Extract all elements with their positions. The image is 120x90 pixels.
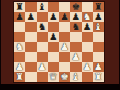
- square-f5[interactable]: [70, 32, 81, 42]
- piece-white-pawn-h2: ♟: [94, 62, 103, 72]
- square-h7[interactable]: ♟: [93, 12, 104, 22]
- square-c2[interactable]: ♟: [37, 62, 48, 72]
- piece-white-pawn-c2: ♟: [38, 62, 47, 72]
- square-h4[interactable]: [93, 42, 104, 52]
- square-b6[interactable]: [25, 22, 36, 32]
- piece-black-pawn-a7: ♟: [15, 12, 24, 22]
- piece-white-rook-h1: ♜: [94, 72, 103, 82]
- piece-white-pawn-f3: ♟: [72, 52, 81, 62]
- square-f8[interactable]: ♚: [70, 2, 81, 12]
- piece-white-knight-a4: ♞: [15, 42, 24, 52]
- square-g2[interactable]: ♟: [82, 62, 93, 72]
- square-a7[interactable]: ♟: [14, 12, 25, 22]
- square-a8[interactable]: ♜: [14, 2, 25, 12]
- bottom-letterbox-bar: [0, 84, 120, 90]
- square-d7[interactable]: ♟: [48, 12, 59, 22]
- square-b7[interactable]: ♟: [25, 12, 36, 22]
- piece-white-bishop-h6: ♝: [94, 22, 103, 32]
- piece-black-pawn-e7: ♟: [60, 12, 69, 22]
- piece-white-bishop-f1: ♝: [72, 72, 81, 82]
- square-e7[interactable]: ♟: [59, 12, 70, 22]
- piece-white-knight-g7: ♞: [83, 12, 92, 22]
- square-c4[interactable]: [37, 42, 48, 52]
- square-c7[interactable]: [37, 12, 48, 22]
- square-g6[interactable]: ♟: [82, 22, 93, 32]
- square-a6[interactable]: [14, 22, 25, 32]
- square-a3[interactable]: [14, 52, 25, 62]
- square-e6[interactable]: [59, 22, 70, 32]
- square-b1[interactable]: [25, 72, 36, 82]
- square-f2[interactable]: [70, 62, 81, 72]
- piece-black-pawn-f7: ♟: [72, 12, 81, 22]
- square-e5[interactable]: [59, 32, 70, 42]
- square-e4[interactable]: ♟: [59, 42, 70, 52]
- square-f6[interactable]: ♞: [70, 22, 81, 32]
- square-h6[interactable]: ♝: [93, 22, 104, 32]
- square-e2[interactable]: [59, 62, 70, 72]
- square-d5[interactable]: ♟: [48, 32, 59, 42]
- square-h1[interactable]: ♜: [93, 72, 104, 82]
- square-b4[interactable]: [25, 42, 36, 52]
- square-e1[interactable]: ♚: [59, 72, 70, 82]
- square-a5[interactable]: [14, 32, 25, 42]
- piece-white-pawn-e4: ♟: [60, 42, 69, 52]
- piece-white-king-e1: ♚: [60, 72, 69, 82]
- square-h3[interactable]: [93, 52, 104, 62]
- piece-black-pawn-g6: ♟: [83, 22, 92, 32]
- square-a4[interactable]: ♞: [14, 42, 25, 52]
- piece-black-rook-a8: ♜: [15, 2, 24, 12]
- piece-black-pawn-h7: ♟: [94, 12, 103, 22]
- square-d4[interactable]: [48, 42, 59, 52]
- square-c8[interactable]: ♝: [37, 2, 48, 12]
- square-h2[interactable]: ♟: [93, 62, 104, 72]
- piece-black-knight-f6: ♞: [72, 22, 81, 32]
- piece-white-pawn-g2: ♟: [83, 62, 92, 72]
- piece-black-bishop-c8: ♝: [38, 2, 47, 12]
- square-c3[interactable]: [37, 52, 48, 62]
- square-d6[interactable]: [48, 22, 59, 32]
- square-c6[interactable]: ♞: [37, 22, 48, 32]
- square-f7[interactable]: ♟: [70, 12, 81, 22]
- square-a1[interactable]: ♜: [14, 72, 25, 82]
- square-e3[interactable]: [59, 52, 70, 62]
- square-g7[interactable]: ♞: [82, 12, 93, 22]
- square-f1[interactable]: ♝: [70, 72, 81, 82]
- square-b8[interactable]: [25, 2, 36, 12]
- square-g4[interactable]: [82, 42, 93, 52]
- piece-white-queen-d1: ♛: [49, 72, 58, 82]
- square-g5[interactable]: [82, 32, 93, 42]
- square-c5[interactable]: [37, 32, 48, 42]
- square-f4[interactable]: [70, 42, 81, 52]
- square-g8[interactable]: [82, 2, 93, 12]
- square-d1[interactable]: ♛: [48, 72, 59, 82]
- piece-black-pawn-d5: ♟: [49, 32, 58, 42]
- piece-black-knight-c6: ♞: [38, 22, 47, 32]
- square-g3[interactable]: [82, 52, 93, 62]
- square-b3[interactable]: [25, 52, 36, 62]
- square-b5[interactable]: [25, 32, 36, 42]
- square-g1[interactable]: [82, 72, 93, 82]
- square-d3[interactable]: [48, 52, 59, 62]
- piece-white-pawn-a2: ♟: [15, 62, 24, 72]
- square-a2[interactable]: ♟: [14, 62, 25, 72]
- piece-black-pawn-b7: ♟: [27, 12, 36, 22]
- piece-black-king-f8: ♚: [72, 2, 81, 12]
- chess-board: ♜♝♚♜♟♟♟♟♟♞♟♞♞♟♝♟♞♟♟♟♟♟♟♜♛♚♝♜: [14, 2, 104, 82]
- square-b2[interactable]: [25, 62, 36, 72]
- square-d2[interactable]: [48, 62, 59, 72]
- piece-white-rook-a1: ♜: [15, 72, 24, 82]
- piece-black-rook-h8: ♜: [94, 2, 103, 12]
- square-c1[interactable]: [37, 72, 48, 82]
- square-d8[interactable]: [48, 2, 59, 12]
- square-h8[interactable]: ♜: [93, 2, 104, 12]
- piece-black-pawn-d7: ♟: [49, 12, 58, 22]
- square-h5[interactable]: [93, 32, 104, 42]
- square-e8[interactable]: [59, 2, 70, 12]
- square-f3[interactable]: ♟: [70, 52, 81, 62]
